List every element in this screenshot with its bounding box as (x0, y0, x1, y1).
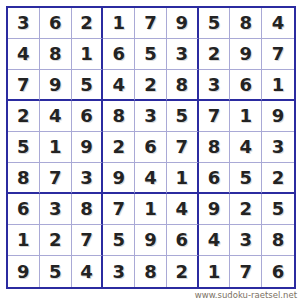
cell-r8c7[interactable]: 4 (199, 225, 231, 256)
cell-r4c3[interactable]: 6 (72, 101, 104, 132)
cell-r6c3[interactable]: 3 (72, 163, 104, 194)
cell-r2c9[interactable]: 7 (262, 39, 294, 70)
cell-r8c1[interactable]: 1 (8, 225, 40, 256)
cell-r7c2[interactable]: 3 (40, 194, 72, 225)
cell-r2c5[interactable]: 5 (135, 39, 167, 70)
cell-r3c4[interactable]: 4 (103, 70, 135, 101)
sudoku-board: 3621795844816532977954283612468357195192… (6, 6, 296, 289)
cell-r9c5[interactable]: 8 (135, 256, 167, 287)
cell-r4c1[interactable]: 2 (8, 101, 40, 132)
cell-r1c9[interactable]: 4 (262, 8, 294, 39)
cell-r1c3[interactable]: 2 (72, 8, 104, 39)
cell-r8c4[interactable]: 5 (103, 225, 135, 256)
cell-r8c6[interactable]: 6 (167, 225, 199, 256)
cell-r1c4[interactable]: 1 (103, 8, 135, 39)
cell-r8c3[interactable]: 7 (72, 225, 104, 256)
cell-r8c5[interactable]: 9 (135, 225, 167, 256)
cell-r2c2[interactable]: 8 (40, 39, 72, 70)
cell-r4c6[interactable]: 5 (167, 101, 199, 132)
cell-r5c5[interactable]: 6 (135, 132, 167, 163)
cell-r8c8[interactable]: 3 (230, 225, 262, 256)
cell-r5c7[interactable]: 8 (199, 132, 231, 163)
cell-r9c4[interactable]: 3 (103, 256, 135, 287)
cell-r2c8[interactable]: 9 (230, 39, 262, 70)
cell-r3c5[interactable]: 2 (135, 70, 167, 101)
cell-r9c7[interactable]: 1 (199, 256, 231, 287)
cell-r3c7[interactable]: 3 (199, 70, 231, 101)
cell-r3c9[interactable]: 1 (262, 70, 294, 101)
cell-r4c9[interactable]: 9 (262, 101, 294, 132)
cell-r1c1[interactable]: 3 (8, 8, 40, 39)
cell-r3c2[interactable]: 9 (40, 70, 72, 101)
cell-r2c4[interactable]: 6 (103, 39, 135, 70)
cell-r6c8[interactable]: 5 (230, 163, 262, 194)
cell-r7c4[interactable]: 7 (103, 194, 135, 225)
cell-r5c9[interactable]: 3 (262, 132, 294, 163)
cell-r2c3[interactable]: 1 (72, 39, 104, 70)
cell-r9c9[interactable]: 6 (262, 256, 294, 287)
cell-r7c1[interactable]: 6 (8, 194, 40, 225)
cell-r4c8[interactable]: 1 (230, 101, 262, 132)
cell-r9c3[interactable]: 4 (72, 256, 104, 287)
cell-r6c2[interactable]: 7 (40, 163, 72, 194)
cell-r4c5[interactable]: 3 (135, 101, 167, 132)
cell-r1c5[interactable]: 7 (135, 8, 167, 39)
cell-r1c7[interactable]: 5 (199, 8, 231, 39)
website-credit-link[interactable]: www.sudoku-raetsel.net (195, 289, 297, 301)
cell-r8c9[interactable]: 8 (262, 225, 294, 256)
cell-r2c7[interactable]: 2 (199, 39, 231, 70)
cell-r7c3[interactable]: 8 (72, 194, 104, 225)
cell-r7c9[interactable]: 5 (262, 194, 294, 225)
cell-r3c3[interactable]: 5 (72, 70, 104, 101)
cell-r3c8[interactable]: 6 (230, 70, 262, 101)
cell-r3c1[interactable]: 7 (8, 70, 40, 101)
cell-r6c5[interactable]: 4 (135, 163, 167, 194)
cell-r1c8[interactable]: 8 (230, 8, 262, 39)
cell-r6c1[interactable]: 8 (8, 163, 40, 194)
cell-r5c8[interactable]: 4 (230, 132, 262, 163)
cell-r7c5[interactable]: 1 (135, 194, 167, 225)
cell-r1c2[interactable]: 6 (40, 8, 72, 39)
cell-r6c7[interactable]: 6 (199, 163, 231, 194)
cell-r5c1[interactable]: 5 (8, 132, 40, 163)
cell-r5c4[interactable]: 2 (103, 132, 135, 163)
cell-r4c7[interactable]: 7 (199, 101, 231, 132)
cell-r4c2[interactable]: 4 (40, 101, 72, 132)
cell-r2c6[interactable]: 3 (167, 39, 199, 70)
cell-r8c2[interactable]: 2 (40, 225, 72, 256)
cell-r2c1[interactable]: 4 (8, 39, 40, 70)
sudoku-page: 3621795844816532977954283612468357195192… (0, 0, 301, 301)
cell-r9c1[interactable]: 9 (8, 256, 40, 287)
cell-r6c4[interactable]: 9 (103, 163, 135, 194)
cell-r9c2[interactable]: 5 (40, 256, 72, 287)
cell-r9c8[interactable]: 7 (230, 256, 262, 287)
cell-r3c6[interactable]: 8 (167, 70, 199, 101)
cell-r7c8[interactable]: 2 (230, 194, 262, 225)
cell-r9c6[interactable]: 2 (167, 256, 199, 287)
cell-r7c6[interactable]: 4 (167, 194, 199, 225)
cell-r5c2[interactable]: 1 (40, 132, 72, 163)
cell-r1c6[interactable]: 9 (167, 8, 199, 39)
cell-r4c4[interactable]: 8 (103, 101, 135, 132)
cell-r7c7[interactable]: 9 (199, 194, 231, 225)
cell-r5c6[interactable]: 7 (167, 132, 199, 163)
cell-r6c6[interactable]: 1 (167, 163, 199, 194)
cell-r6c9[interactable]: 2 (262, 163, 294, 194)
cell-r5c3[interactable]: 9 (72, 132, 104, 163)
